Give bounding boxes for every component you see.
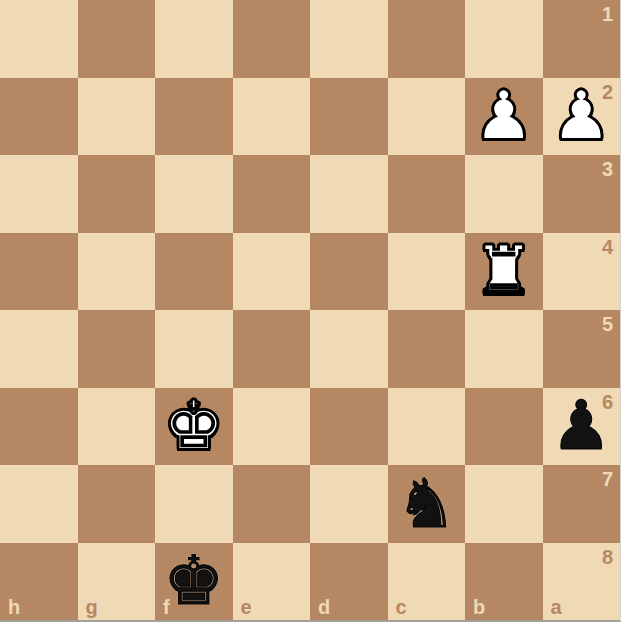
square-e5[interactable]	[233, 310, 311, 388]
square-d4[interactable]	[310, 233, 388, 311]
square-c2[interactable]	[388, 78, 466, 156]
file-label-h: h	[8, 597, 20, 617]
square-h8[interactable]: h	[0, 543, 78, 621]
square-a2[interactable]: 2♟	[543, 78, 621, 156]
square-b8[interactable]: b	[465, 543, 543, 621]
square-d3[interactable]	[310, 155, 388, 233]
square-e3[interactable]	[233, 155, 311, 233]
square-a6[interactable]: 6♟	[543, 388, 621, 466]
square-f6[interactable]: ♚	[155, 388, 233, 466]
square-b3[interactable]	[465, 155, 543, 233]
square-g5[interactable]	[78, 310, 156, 388]
square-b2[interactable]: ♟	[465, 78, 543, 156]
rank-label-8: 8	[602, 547, 613, 567]
chess-board: 1♟2♟3♜45♚6♟♞7hgf♚edcb8a	[0, 0, 621, 622]
square-f3[interactable]	[155, 155, 233, 233]
square-e4[interactable]	[233, 233, 311, 311]
square-a5[interactable]: 5	[543, 310, 621, 388]
square-e1[interactable]	[233, 0, 311, 78]
square-h7[interactable]	[0, 465, 78, 543]
file-label-e: e	[241, 597, 252, 617]
file-label-b: b	[473, 597, 485, 617]
rank-label-7: 7	[602, 469, 613, 489]
square-g7[interactable]	[78, 465, 156, 543]
square-f5[interactable]	[155, 310, 233, 388]
square-e7[interactable]	[233, 465, 311, 543]
square-f4[interactable]	[155, 233, 233, 311]
square-c3[interactable]	[388, 155, 466, 233]
square-c1[interactable]	[388, 0, 466, 78]
square-h2[interactable]	[0, 78, 78, 156]
square-d2[interactable]	[310, 78, 388, 156]
square-d5[interactable]	[310, 310, 388, 388]
square-a8[interactable]: 8a	[543, 543, 621, 621]
square-b1[interactable]	[465, 0, 543, 78]
square-f8[interactable]: f♚	[155, 543, 233, 621]
black-knight[interactable]: ♞	[388, 465, 466, 543]
square-f1[interactable]	[155, 0, 233, 78]
square-c7[interactable]: ♞	[388, 465, 466, 543]
file-label-g: g	[86, 597, 98, 617]
square-e2[interactable]	[233, 78, 311, 156]
rank-label-1: 1	[602, 4, 613, 24]
file-label-c: c	[396, 597, 407, 617]
white-pawn[interactable]: ♟	[543, 78, 621, 156]
square-h6[interactable]	[0, 388, 78, 466]
square-b7[interactable]	[465, 465, 543, 543]
square-a1[interactable]: 1	[543, 0, 621, 78]
square-c8[interactable]: c	[388, 543, 466, 621]
rank-label-5: 5	[602, 314, 613, 334]
square-c4[interactable]	[388, 233, 466, 311]
square-b6[interactable]	[465, 388, 543, 466]
square-g3[interactable]	[78, 155, 156, 233]
chess-app-viewport: 1♟2♟3♜45♚6♟♞7hgf♚edcb8a	[0, 0, 626, 624]
square-g2[interactable]	[78, 78, 156, 156]
black-king[interactable]: ♚	[155, 543, 233, 621]
square-g6[interactable]	[78, 388, 156, 466]
square-a4[interactable]: 4	[543, 233, 621, 311]
square-g8[interactable]: g	[78, 543, 156, 621]
rank-label-3: 3	[602, 159, 613, 179]
black-pawn[interactable]: ♟	[543, 388, 621, 466]
square-a3[interactable]: 3	[543, 155, 621, 233]
square-b5[interactable]	[465, 310, 543, 388]
file-label-d: d	[318, 597, 330, 617]
white-rook[interactable]: ♜	[465, 233, 543, 311]
white-pawn[interactable]: ♟	[465, 78, 543, 156]
square-e8[interactable]: e	[233, 543, 311, 621]
square-h1[interactable]	[0, 0, 78, 78]
square-h4[interactable]	[0, 233, 78, 311]
square-f2[interactable]	[155, 78, 233, 156]
square-h3[interactable]	[0, 155, 78, 233]
rank-label-4: 4	[602, 237, 613, 257]
square-g4[interactable]	[78, 233, 156, 311]
square-h5[interactable]	[0, 310, 78, 388]
square-b4[interactable]: ♜	[465, 233, 543, 311]
square-d6[interactable]	[310, 388, 388, 466]
square-c6[interactable]	[388, 388, 466, 466]
square-d7[interactable]	[310, 465, 388, 543]
square-e6[interactable]	[233, 388, 311, 466]
square-g1[interactable]	[78, 0, 156, 78]
square-c5[interactable]	[388, 310, 466, 388]
square-a7[interactable]: 7	[543, 465, 621, 543]
square-d8[interactable]: d	[310, 543, 388, 621]
square-d1[interactable]	[310, 0, 388, 78]
file-label-a: a	[551, 597, 562, 617]
square-f7[interactable]	[155, 465, 233, 543]
white-king[interactable]: ♚	[155, 388, 233, 466]
